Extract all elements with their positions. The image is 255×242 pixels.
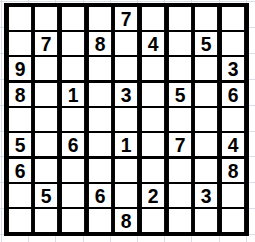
empty-cell-r8c9[interactable]: [222, 184, 244, 207]
given-cell-r8c6: 2: [142, 184, 164, 207]
given-cell-r4c7: 5: [169, 83, 191, 106]
empty-cell-r3c7[interactable]: [169, 57, 191, 80]
given-cell-r6c1: 5: [9, 133, 31, 156]
empty-cell-r2c7[interactable]: [169, 32, 191, 55]
given-cell-r2c8: 5: [195, 32, 217, 55]
empty-cell-r9c9[interactable]: [222, 209, 244, 232]
empty-cell-r1c2[interactable]: [35, 7, 57, 30]
empty-cell-r4c8[interactable]: [195, 83, 217, 106]
empty-cell-r3c6[interactable]: [142, 57, 164, 80]
empty-cell-r5c4[interactable]: [89, 108, 111, 131]
empty-cell-r3c5[interactable]: [115, 57, 137, 80]
empty-cell-r4c6[interactable]: [142, 83, 164, 106]
box-1-1: 31: [88, 83, 165, 156]
sudoku-board: 797845381563156746562883: [4, 3, 249, 236]
empty-cell-r8c5[interactable]: [115, 184, 137, 207]
given-cell-r4c5: 3: [115, 83, 137, 106]
empty-cell-r8c7[interactable]: [169, 184, 191, 207]
empty-cell-r7c5[interactable]: [115, 159, 137, 182]
empty-cell-r5c7[interactable]: [169, 108, 191, 131]
box-0-0: 79: [8, 7, 85, 80]
empty-cell-r9c3[interactable]: [62, 209, 84, 232]
empty-cell-r2c5[interactable]: [115, 32, 137, 55]
given-cell-r6c5: 1: [115, 133, 137, 156]
empty-cell-r5c3[interactable]: [62, 108, 84, 131]
empty-cell-r6c8[interactable]: [195, 133, 217, 156]
given-cell-r6c3: 6: [62, 133, 84, 156]
empty-cell-r7c3[interactable]: [62, 159, 84, 182]
empty-cell-r3c3[interactable]: [62, 57, 84, 80]
empty-cell-r3c2[interactable]: [35, 57, 57, 80]
spreadsheet-background: 797845381563156746562883: [0, 0, 255, 242]
empty-cell-r1c7[interactable]: [169, 7, 191, 30]
empty-cell-r1c8[interactable]: [195, 7, 217, 30]
empty-cell-r2c9[interactable]: [222, 32, 244, 55]
given-cell-r4c3: 1: [62, 83, 84, 106]
box-1-2: 5674: [168, 83, 245, 156]
given-cell-r6c9: 4: [222, 133, 244, 156]
empty-cell-r1c1[interactable]: [9, 7, 31, 30]
given-cell-r6c7: 7: [169, 133, 191, 156]
given-cell-r3c9: 3: [222, 57, 244, 80]
empty-cell-r4c2[interactable]: [35, 83, 57, 106]
empty-cell-r4c4[interactable]: [89, 83, 111, 106]
empty-cell-r7c4[interactable]: [89, 159, 111, 182]
empty-cell-r1c6[interactable]: [142, 7, 164, 30]
box-1-0: 8156: [8, 83, 85, 156]
given-cell-r2c4: 8: [89, 32, 111, 55]
given-cell-r2c6: 4: [142, 32, 164, 55]
empty-cell-r5c9[interactable]: [222, 108, 244, 131]
empty-cell-r7c7[interactable]: [169, 159, 191, 182]
empty-cell-r6c4[interactable]: [89, 133, 111, 156]
given-cell-r8c4: 6: [89, 184, 111, 207]
box-2-2: 83: [168, 159, 245, 232]
empty-cell-r5c2[interactable]: [35, 108, 57, 131]
given-cell-r7c1: 6: [9, 159, 31, 182]
given-cell-r8c8: 3: [195, 184, 217, 207]
empty-cell-r1c4[interactable]: [89, 7, 111, 30]
given-cell-r4c1: 8: [9, 83, 31, 106]
box-0-2: 53: [168, 7, 245, 80]
empty-cell-r5c8[interactable]: [195, 108, 217, 131]
given-cell-r8c2: 5: [35, 184, 57, 207]
empty-cell-r1c3[interactable]: [62, 7, 84, 30]
empty-cell-r5c5[interactable]: [115, 108, 137, 131]
empty-cell-r3c8[interactable]: [195, 57, 217, 80]
empty-cell-r7c6[interactable]: [142, 159, 164, 182]
empty-cell-r7c8[interactable]: [195, 159, 217, 182]
empty-cell-r9c4[interactable]: [89, 209, 111, 232]
box-0-1: 784: [88, 7, 165, 80]
empty-cell-r3c4[interactable]: [89, 57, 111, 80]
given-cell-r9c5: 8: [115, 209, 137, 232]
given-cell-r7c9: 8: [222, 159, 244, 182]
empty-cell-r8c3[interactable]: [62, 184, 84, 207]
given-cell-r2c2: 7: [35, 32, 57, 55]
empty-cell-r1c9[interactable]: [222, 7, 244, 30]
empty-cell-r9c7[interactable]: [169, 209, 191, 232]
empty-cell-r2c3[interactable]: [62, 32, 84, 55]
empty-cell-r2c1[interactable]: [9, 32, 31, 55]
empty-cell-r8c1[interactable]: [9, 184, 31, 207]
given-cell-r3c1: 9: [9, 57, 31, 80]
empty-cell-r9c1[interactable]: [9, 209, 31, 232]
empty-cell-r7c2[interactable]: [35, 159, 57, 182]
empty-cell-r9c8[interactable]: [195, 209, 217, 232]
given-cell-r1c5: 7: [115, 7, 137, 30]
empty-cell-r9c6[interactable]: [142, 209, 164, 232]
empty-cell-r6c6[interactable]: [142, 133, 164, 156]
empty-cell-r5c1[interactable]: [9, 108, 31, 131]
empty-cell-r5c6[interactable]: [142, 108, 164, 131]
empty-cell-r6c2[interactable]: [35, 133, 57, 156]
box-2-1: 628: [88, 159, 165, 232]
given-cell-r4c9: 6: [222, 83, 244, 106]
box-2-0: 65: [8, 159, 85, 232]
empty-cell-r9c2[interactable]: [35, 209, 57, 232]
